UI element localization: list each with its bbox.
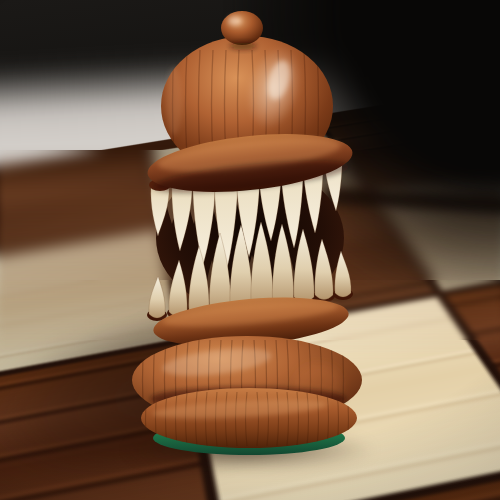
fang bbox=[149, 276, 165, 318]
pawn-base-ring bbox=[141, 388, 357, 448]
scene bbox=[0, 0, 500, 500]
monster-pawn bbox=[122, 6, 372, 466]
